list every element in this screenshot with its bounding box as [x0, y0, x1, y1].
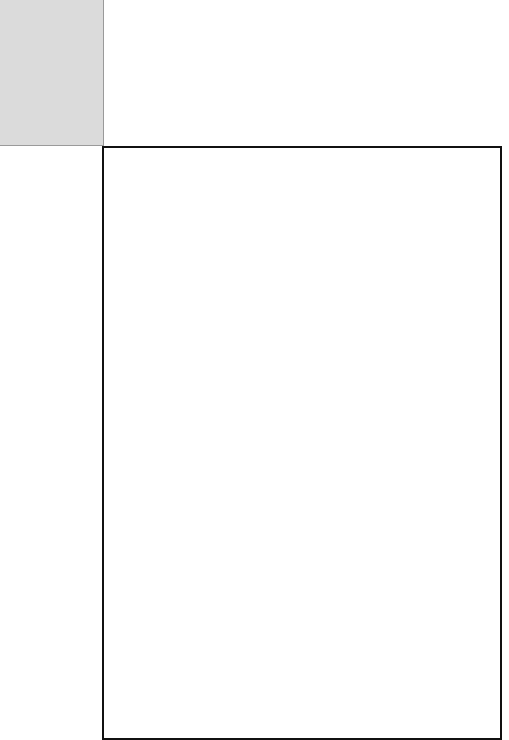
column-clues-panel [104, 0, 502, 144]
side-watermark [495, 606, 509, 740]
nonogram-board [102, 146, 502, 740]
nonogram-puzzle [0, 0, 509, 740]
corner-watermark [0, 0, 104, 146]
row-clues-panel [0, 148, 104, 740]
